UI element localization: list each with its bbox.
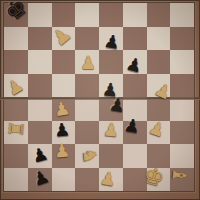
piece-white-pawn-e1[interactable]: ♟: [98, 169, 117, 190]
square-h2[interactable]: [170, 144, 194, 168]
square-b6[interactable]: [28, 50, 52, 74]
square-a4[interactable]: [4, 97, 28, 121]
square-d1[interactable]: [75, 168, 99, 192]
square-d7[interactable]: [75, 27, 99, 51]
square-g7[interactable]: [147, 27, 171, 51]
square-h6[interactable]: [170, 50, 194, 74]
square-h8[interactable]: [170, 3, 194, 27]
square-c8[interactable]: [52, 3, 76, 27]
square-g8[interactable]: [147, 3, 171, 27]
square-d3[interactable]: [75, 121, 99, 145]
square-h7[interactable]: [170, 27, 194, 51]
square-d5[interactable]: [75, 74, 99, 98]
square-b3[interactable]: [28, 121, 52, 145]
piece-black-pawn-c3[interactable]: ♟: [53, 120, 71, 139]
square-h4[interactable]: [170, 97, 194, 121]
piece-white-pawn-c4[interactable]: ♟: [52, 99, 71, 120]
chess-board-photo: ♚♟♟♟♟♟♟♟♟♟♜♟♟♟♟♟♟♞♟♟♚♝: [0, 0, 200, 200]
piece-white-pawn-e3[interactable]: ♟: [102, 120, 120, 139]
square-d8[interactable]: [75, 3, 99, 27]
piece-black-pawn-e4[interactable]: ♟: [108, 95, 126, 115]
piece-white-rook-a3[interactable]: ♜: [6, 120, 26, 139]
square-f8[interactable]: [123, 3, 147, 27]
square-h3[interactable]: [170, 121, 194, 145]
piece-black-pawn-f3[interactable]: ♟: [122, 116, 141, 137]
folding-hinge-seam: [0, 97, 200, 100]
square-d4[interactable]: [75, 97, 99, 121]
square-f2[interactable]: [123, 144, 147, 168]
piece-white-pawn-d6[interactable]: ♟: [80, 54, 96, 72]
piece-white-pawn-c2[interactable]: ♟: [53, 141, 71, 160]
square-a6[interactable]: [4, 50, 28, 74]
square-a1[interactable]: [4, 168, 28, 192]
piece-black-pawn-e7[interactable]: ♟: [102, 32, 121, 53]
piece-white-bishop-h1[interactable]: ♝: [169, 166, 188, 184]
square-c1[interactable]: [52, 168, 76, 192]
square-f5[interactable]: [123, 74, 147, 98]
square-c5[interactable]: [52, 74, 76, 98]
square-e2[interactable]: [99, 144, 123, 168]
square-e6[interactable]: [99, 50, 123, 74]
square-b4[interactable]: [28, 97, 52, 121]
square-g6[interactable]: [147, 50, 171, 74]
square-f7[interactable]: [123, 27, 147, 51]
square-a7[interactable]: [4, 27, 28, 51]
square-a2[interactable]: [4, 144, 28, 168]
square-b5[interactable]: [28, 74, 52, 98]
square-e8[interactable]: [99, 3, 123, 27]
square-c6[interactable]: [52, 50, 76, 74]
piece-white-knight-d2[interactable]: ♞: [80, 147, 99, 165]
